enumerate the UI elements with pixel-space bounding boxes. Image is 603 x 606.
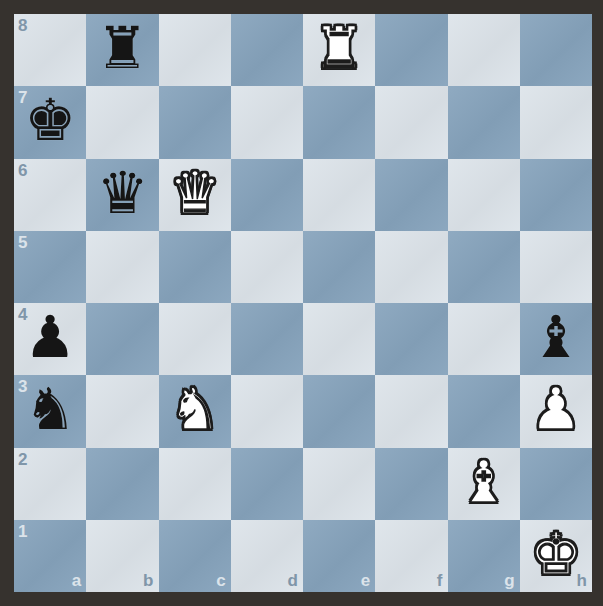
piece-white-bishop[interactable]: ♝ [458,453,510,511]
rank-label-6: 6 [18,162,27,179]
file-label-c: c [216,572,225,589]
square-b6[interactable]: ♛ [86,159,158,231]
square-g4[interactable] [448,303,520,375]
square-g8[interactable] [448,14,520,86]
square-h6[interactable] [520,159,592,231]
square-b4[interactable] [86,303,158,375]
square-c3[interactable]: ♞ [159,375,231,447]
piece-black-rook[interactable]: ♜ [96,19,148,77]
square-f8[interactable] [375,14,447,86]
square-g5[interactable] [448,231,520,303]
square-g2[interactable]: ♝ [448,448,520,520]
square-h1[interactable]: h♚ [520,520,592,592]
square-a4[interactable]: 4♟ [14,303,86,375]
piece-white-knight[interactable]: ♞ [169,380,221,438]
file-label-g: g [504,572,514,589]
square-a3[interactable]: 3♞ [14,375,86,447]
piece-white-rook[interactable]: ♜ [313,19,365,77]
piece-black-king[interactable]: ♚ [24,91,76,149]
piece-white-king[interactable]: ♚ [530,525,582,583]
square-f7[interactable] [375,86,447,158]
square-d4[interactable] [231,303,303,375]
square-d3[interactable] [231,375,303,447]
square-h4[interactable]: ♝ [520,303,592,375]
square-a7[interactable]: 7♚ [14,86,86,158]
square-a5[interactable]: 5 [14,231,86,303]
square-c4[interactable] [159,303,231,375]
square-c5[interactable] [159,231,231,303]
square-a8[interactable]: 8 [14,14,86,86]
square-f5[interactable] [375,231,447,303]
piece-black-bishop[interactable]: ♝ [530,308,582,366]
square-e7[interactable] [303,86,375,158]
square-g7[interactable] [448,86,520,158]
square-a2[interactable]: 2 [14,448,86,520]
piece-white-queen[interactable]: ♛ [169,164,221,222]
square-b5[interactable] [86,231,158,303]
square-c8[interactable] [159,14,231,86]
square-d1[interactable]: d [231,520,303,592]
square-d7[interactable] [231,86,303,158]
square-b8[interactable]: ♜ [86,14,158,86]
square-e2[interactable] [303,448,375,520]
square-f4[interactable] [375,303,447,375]
square-e5[interactable] [303,231,375,303]
square-h5[interactable] [520,231,592,303]
square-e4[interactable] [303,303,375,375]
square-h8[interactable] [520,14,592,86]
square-a1[interactable]: 1a [14,520,86,592]
square-c7[interactable] [159,86,231,158]
square-c6[interactable]: ♛ [159,159,231,231]
square-g3[interactable] [448,375,520,447]
rank-label-1: 1 [18,523,27,540]
square-a6[interactable]: 6 [14,159,86,231]
square-b3[interactable] [86,375,158,447]
square-e8[interactable]: ♜ [303,14,375,86]
square-b1[interactable]: b [86,520,158,592]
square-c1[interactable]: c [159,520,231,592]
file-label-b: b [143,572,153,589]
rank-label-5: 5 [18,234,27,251]
square-d5[interactable] [231,231,303,303]
file-label-d: d [288,572,298,589]
square-d8[interactable] [231,14,303,86]
square-b7[interactable] [86,86,158,158]
square-c2[interactable] [159,448,231,520]
square-e3[interactable] [303,375,375,447]
square-g6[interactable] [448,159,520,231]
piece-black-knight[interactable]: ♞ [24,380,76,438]
square-e6[interactable] [303,159,375,231]
board-frame: 8♜♜7♚6♛♛54♟♝3♞♞♟2♝1abcdefgh♚ [0,0,603,606]
square-f2[interactable] [375,448,447,520]
rank-label-8: 8 [18,17,27,34]
chess-board: 8♜♜7♚6♛♛54♟♝3♞♞♟2♝1abcdefgh♚ [14,14,592,592]
square-d6[interactable] [231,159,303,231]
piece-black-queen[interactable]: ♛ [96,164,148,222]
square-f1[interactable]: f [375,520,447,592]
file-label-e: e [361,572,370,589]
rank-label-2: 2 [18,451,27,468]
square-b2[interactable] [86,448,158,520]
square-h3[interactable]: ♟ [520,375,592,447]
square-g1[interactable]: g [448,520,520,592]
square-h2[interactable] [520,448,592,520]
file-label-a: a [72,572,81,589]
square-f6[interactable] [375,159,447,231]
square-h7[interactable] [520,86,592,158]
square-f3[interactable] [375,375,447,447]
square-d2[interactable] [231,448,303,520]
square-e1[interactable]: e [303,520,375,592]
piece-white-pawn[interactable]: ♟ [530,380,582,438]
file-label-f: f [437,572,443,589]
piece-black-pawn[interactable]: ♟ [24,308,76,366]
